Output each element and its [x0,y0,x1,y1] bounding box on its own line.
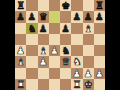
square-e2[interactable] [60,68,71,79]
square-d6[interactable] [49,23,60,34]
square-c3[interactable]: ♟ [38,56,49,67]
white-pawn-g2-piece: ♟ [84,68,93,79]
black-pawn-c6-piece: ♟ [39,23,48,34]
square-b8[interactable] [26,0,37,11]
square-h1[interactable] [94,79,105,90]
square-f7[interactable]: ♟ [71,11,82,22]
square-b4[interactable] [26,45,37,56]
square-c7[interactable]: ♛ [38,11,49,22]
square-e4[interactable]: ♞ [60,45,71,56]
square-g7[interactable]: ♟ [83,11,94,22]
chess-app-frame: ♜♚♜♟♟♛♟♟♟♞♟♟♝♟♝♟♞♝♟♛♞♟♟♟♜♜♚ [0,0,120,90]
square-g6[interactable]: ♝ [83,23,94,34]
white-knight-f3-piece: ♞ [72,56,81,67]
square-d4[interactable]: ♟ [49,45,60,56]
square-c4[interactable]: ♝ [38,45,49,56]
white-rook-f1-piece: ♜ [72,79,81,90]
square-a1[interactable]: ♜ [15,79,26,90]
square-h5[interactable] [94,34,105,45]
white-pawn-c3-piece: ♟ [39,56,48,67]
square-d2[interactable] [49,68,60,79]
square-c1[interactable] [38,79,49,90]
black-knight-e4-piece: ♞ [61,45,70,56]
square-c2[interactable] [38,68,49,79]
black-pawn-h7-piece: ♟ [95,11,104,22]
black-pawn-b7-piece: ♟ [27,11,36,22]
black-king-e8-piece: ♚ [61,0,70,11]
black-pawn-e6-piece: ♟ [61,23,70,34]
square-g3[interactable] [83,56,94,67]
square-d7[interactable] [49,11,60,22]
letterbox-left-bar [0,0,15,90]
white-queen-e3-piece: ♛ [61,56,70,67]
square-g4[interactable] [83,45,94,56]
square-d1[interactable] [49,79,60,90]
square-c5[interactable] [38,34,49,45]
square-a7[interactable]: ♟ [15,11,26,22]
white-pawn-a4-piece: ♟ [16,45,25,56]
square-b2[interactable] [26,68,37,79]
square-a5[interactable] [15,34,26,45]
square-e7[interactable] [60,11,71,22]
square-a6[interactable] [15,23,26,34]
square-f4[interactable] [71,45,82,56]
square-h6[interactable] [94,23,105,34]
square-f5[interactable] [71,34,82,45]
square-d8[interactable] [49,0,60,11]
square-b6[interactable]: ♞ [26,23,37,34]
white-bishop-a3-piece: ♝ [16,56,25,67]
square-a2[interactable] [15,68,26,79]
black-pawn-a7-piece: ♟ [16,11,25,22]
black-pawn-f7-piece: ♟ [72,11,81,22]
white-bishop-c4-piece: ♝ [39,45,48,56]
square-a3[interactable]: ♝ [15,56,26,67]
white-pawn-h2-piece: ♟ [95,68,104,79]
square-h2[interactable]: ♟ [94,68,105,79]
square-c8[interactable] [38,0,49,11]
square-h3[interactable] [94,56,105,67]
black-queen-c7-piece: ♛ [39,11,48,22]
black-rook-h8-piece: ♜ [95,0,104,11]
square-f6[interactable] [71,23,82,34]
square-b1[interactable] [26,79,37,90]
white-pawn-d4-piece: ♟ [50,45,59,56]
square-h8[interactable]: ♜ [94,0,105,11]
square-d5[interactable] [49,34,60,45]
square-f3[interactable]: ♞ [71,56,82,67]
square-g1[interactable]: ♚ [83,79,94,90]
square-b5[interactable] [26,34,37,45]
square-a4[interactable]: ♟ [15,45,26,56]
square-g8[interactable] [83,0,94,11]
white-rook-a1-piece: ♜ [16,79,25,90]
square-e6[interactable]: ♟ [60,23,71,34]
square-e8[interactable]: ♚ [60,0,71,11]
white-pawn-f2-piece: ♟ [72,68,81,79]
square-h7[interactable]: ♟ [94,11,105,22]
square-g2[interactable]: ♟ [83,68,94,79]
square-e1[interactable] [60,79,71,90]
white-king-g1-piece: ♚ [84,79,93,90]
square-f2[interactable]: ♟ [71,68,82,79]
letterbox-right-bar [105,0,120,90]
square-c6[interactable]: ♟ [38,23,49,34]
square-e5[interactable] [60,34,71,45]
square-h4[interactable] [94,45,105,56]
square-a8[interactable]: ♜ [15,0,26,11]
black-knight-b6-piece: ♞ [27,23,36,34]
square-g5[interactable] [83,34,94,45]
square-b3[interactable] [26,56,37,67]
black-rook-a8-piece: ♜ [16,0,25,11]
square-d3[interactable] [49,56,60,67]
square-e3[interactable]: ♛ [60,56,71,67]
black-pawn-g7-piece: ♟ [84,11,93,22]
chess-board: ♜♚♜♟♟♛♟♟♟♞♟♟♝♟♝♟♞♝♟♛♞♟♟♟♜♜♚ [15,0,105,90]
square-f8[interactable] [71,0,82,11]
square-b7[interactable]: ♟ [26,11,37,22]
square-f1[interactable]: ♜ [71,79,82,90]
white-bishop-g6-piece: ♝ [84,23,93,34]
